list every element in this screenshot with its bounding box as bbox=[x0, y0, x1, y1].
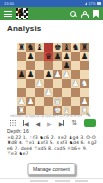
manage-consent-button[interactable]: Manage consent bbox=[27, 163, 76, 175]
battery-icon bbox=[97, 2, 101, 5]
piece-white-pawn[interactable]: ♟ bbox=[62, 70, 71, 79]
square-a8[interactable]: ♜ bbox=[17, 43, 26, 52]
square-c6[interactable] bbox=[35, 61, 44, 70]
chess-board: ♜♞♝♚♝♞♜♟♛♟♟♟♟♟♟♟♟♟♟♟♞♟♟♟♛♟♜♚♝♜ bbox=[17, 43, 89, 115]
bottom-divider bbox=[0, 178, 103, 179]
square-g2[interactable] bbox=[71, 97, 80, 106]
square-c2[interactable] bbox=[35, 97, 44, 106]
app-bar-actions bbox=[70, 10, 99, 18]
square-c8[interactable]: ♝ bbox=[35, 43, 44, 52]
flip-board-icon[interactable]: ⇅ bbox=[71, 119, 77, 127]
engine-variation: 1. ♘f3 ♞c6 2. ♗e2 ♝g4 3. O-O ♜d8 4. ♖e1 … bbox=[7, 135, 97, 156]
piece-black-queen[interactable]: ♛ bbox=[44, 52, 53, 61]
square-d7[interactable]: ♛ bbox=[44, 52, 53, 61]
square-h6[interactable] bbox=[80, 61, 89, 70]
piece-black-pawn[interactable]: ♟ bbox=[26, 52, 35, 61]
status-icons: 17% bbox=[85, 2, 101, 6]
piece-white-pawn[interactable]: ♟ bbox=[26, 97, 35, 106]
bottom-fragment bbox=[55, 180, 70, 182]
page-title: Analysis bbox=[7, 24, 42, 33]
piece-white-knight[interactable]: ♞ bbox=[80, 79, 89, 88]
square-b7[interactable]: ♟ bbox=[26, 52, 35, 61]
square-a7[interactable] bbox=[17, 52, 26, 61]
square-d3[interactable]: ♟ bbox=[44, 88, 53, 97]
engine-depth-label: Depth: 16 bbox=[7, 128, 29, 134]
status-bar: 13:40 17% bbox=[0, 0, 103, 7]
square-e7[interactable]: ♟ bbox=[53, 52, 62, 61]
piece-black-pawn[interactable]: ♟ bbox=[26, 70, 35, 79]
search-icon[interactable] bbox=[70, 11, 76, 18]
square-a5[interactable]: ♟ bbox=[17, 70, 26, 79]
square-f3[interactable] bbox=[62, 88, 71, 97]
piece-black-knight[interactable]: ♞ bbox=[71, 43, 80, 52]
status-time: 13:40 bbox=[4, 2, 14, 6]
engine-evaluation: +0.22 bbox=[7, 135, 21, 140]
skip-to-start-button[interactable]: ◀ bbox=[23, 120, 29, 127]
square-g8[interactable]: ♞ bbox=[71, 43, 80, 52]
square-a4[interactable] bbox=[17, 79, 26, 88]
back-button[interactable]: ◀ bbox=[36, 120, 41, 127]
board-toolbar: ◀ ◀ ▶ ▶ ⇅ bbox=[10, 118, 96, 128]
piece-white-pawn[interactable]: ♟ bbox=[44, 88, 53, 97]
engine-toggle-button[interactable] bbox=[84, 119, 96, 127]
square-g3[interactable] bbox=[71, 88, 80, 97]
piece-black-pawn[interactable]: ♟ bbox=[17, 70, 26, 79]
piece-black-rook[interactable]: ♜ bbox=[17, 43, 26, 52]
app-bar: ♞ bbox=[0, 7, 103, 20]
square-e4[interactable] bbox=[53, 79, 62, 88]
bottom-fragment bbox=[75, 180, 88, 182]
square-c3[interactable] bbox=[35, 88, 44, 97]
square-g4[interactable]: ♟ bbox=[71, 79, 80, 88]
piece-black-pawn[interactable]: ♟ bbox=[44, 70, 53, 79]
square-f4[interactable] bbox=[62, 79, 71, 88]
square-d2[interactable] bbox=[44, 97, 53, 106]
square-d5[interactable]: ♟ bbox=[44, 70, 53, 79]
piece-black-pawn[interactable]: ♟ bbox=[80, 52, 89, 61]
phone-screen: 13:40 17% ♞ Analysis ♜♞♝♚♝♞♜♟♛♟♟♟♟♟♟♟♟♟♟… bbox=[0, 0, 103, 183]
square-f5[interactable]: ♟ bbox=[62, 70, 71, 79]
square-c7[interactable] bbox=[35, 52, 44, 61]
battery-percent: 17% bbox=[88, 2, 95, 6]
board-editor-icon[interactable] bbox=[10, 120, 16, 126]
bottom-fragment bbox=[30, 180, 48, 182]
square-e5[interactable]: ♟ bbox=[53, 70, 62, 79]
square-h4[interactable]: ♞ bbox=[80, 79, 89, 88]
signal-icon bbox=[85, 2, 87, 5]
piece-white-pawn[interactable]: ♟ bbox=[71, 79, 80, 88]
knight-logo[interactable]: ♞ bbox=[16, 8, 28, 19]
square-b4[interactable] bbox=[26, 79, 35, 88]
engine-line: +0.22 1. ♘f3 ♞c6 2. ♗e2 ♝g4 3. O-O ♜d8 4… bbox=[7, 135, 97, 157]
bookmark-icon[interactable] bbox=[93, 10, 99, 18]
piece-white-pawn[interactable]: ♟ bbox=[35, 79, 44, 88]
square-h7[interactable]: ♟ bbox=[80, 52, 89, 61]
piece-white-pawn[interactable]: ♟ bbox=[53, 70, 62, 79]
person-icon[interactable] bbox=[81, 11, 88, 18]
square-g6[interactable] bbox=[71, 61, 80, 70]
square-g7[interactable] bbox=[71, 52, 80, 61]
forward-button[interactable]: ▶ bbox=[47, 120, 52, 127]
menu-icon[interactable] bbox=[4, 11, 12, 17]
square-c4[interactable]: ♟ bbox=[35, 79, 44, 88]
square-b2[interactable]: ♟ bbox=[26, 97, 35, 106]
knight-logo-glyph: ♞ bbox=[16, 8, 26, 19]
piece-black-bishop[interactable]: ♝ bbox=[35, 43, 44, 52]
piece-black-pawn[interactable]: ♟ bbox=[53, 52, 62, 61]
square-b5[interactable]: ♟ bbox=[26, 70, 35, 79]
skip-to-end-button[interactable]: ▶ bbox=[59, 120, 65, 127]
